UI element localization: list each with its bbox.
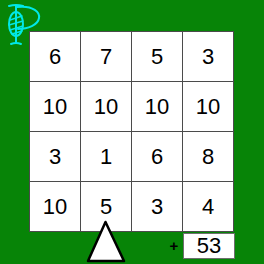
game-stage: 675310101010316810534 + 53 xyxy=(0,0,264,264)
plus-operator: + xyxy=(166,233,182,257)
total-box: 53 xyxy=(183,233,235,259)
column-selector-triangle[interactable] xyxy=(86,219,127,263)
grid-cell-r4c3[interactable]: 3 xyxy=(132,182,182,231)
grid-cell-r3c3[interactable]: 6 xyxy=(132,132,182,181)
grid-cell-r3c2[interactable]: 1 xyxy=(81,132,131,181)
total-value: 53 xyxy=(197,235,221,257)
grid-cell-r2c2[interactable]: 10 xyxy=(81,82,131,131)
grid-cell-r1c2[interactable]: 7 xyxy=(81,32,131,81)
grid-cell-r2c3[interactable]: 10 xyxy=(132,82,182,131)
grid-cell-r2c4[interactable]: 10 xyxy=(183,82,233,131)
grid-cell-r3c1[interactable]: 3 xyxy=(30,132,80,181)
grid-cell-r4c1[interactable]: 10 xyxy=(30,182,80,231)
grid-cell-r1c3[interactable]: 5 xyxy=(132,32,182,81)
grid-cell-r2c1[interactable]: 10 xyxy=(30,82,80,131)
grid-cell-r1c1[interactable]: 6 xyxy=(30,32,80,81)
grid-cell-r4c4[interactable]: 4 xyxy=(183,182,233,231)
grid-cell-r1c4[interactable]: 3 xyxy=(183,32,233,81)
grid-cell-r3c4[interactable]: 8 xyxy=(183,132,233,181)
number-grid: 675310101010316810534 xyxy=(29,31,234,232)
